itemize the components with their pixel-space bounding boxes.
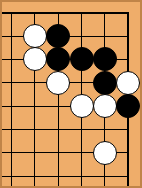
white-stone: [23, 24, 47, 48]
intersection[interactable]: [0, 24, 23, 47]
intersection[interactable]: [23, 71, 46, 94]
white-stone: [70, 94, 94, 118]
black-stone: [116, 94, 140, 118]
white-stone: [46, 71, 70, 95]
intersection[interactable]: [93, 165, 116, 188]
intersection[interactable]: [117, 48, 140, 71]
intersection[interactable]: [47, 118, 70, 141]
intersection[interactable]: [47, 141, 70, 164]
intersection[interactable]: [70, 24, 93, 47]
intersection[interactable]: [0, 165, 23, 188]
intersection[interactable]: [47, 1, 70, 24]
intersection[interactable]: [23, 1, 46, 24]
intersection[interactable]: [70, 1, 93, 24]
intersection[interactable]: [23, 48, 46, 71]
intersection[interactable]: [117, 141, 140, 164]
black-stone: [46, 24, 70, 48]
white-stone: [23, 47, 47, 71]
intersection[interactable]: [0, 94, 23, 117]
intersection[interactable]: [93, 141, 116, 164]
intersection[interactable]: [70, 71, 93, 94]
black-stone: [70, 47, 94, 71]
intersection[interactable]: [70, 141, 93, 164]
intersection[interactable]: [93, 1, 116, 24]
intersection[interactable]: [93, 94, 116, 117]
intersection[interactable]: [47, 48, 70, 71]
intersection[interactable]: [0, 48, 23, 71]
intersection[interactable]: [117, 118, 140, 141]
black-stone: [46, 47, 70, 71]
go-board-grid: [0, 1, 140, 188]
intersection[interactable]: [93, 24, 116, 47]
intersection[interactable]: [93, 71, 116, 94]
intersection[interactable]: [93, 48, 116, 71]
white-stone: [93, 141, 117, 165]
intersection[interactable]: [93, 118, 116, 141]
intersection[interactable]: [47, 71, 70, 94]
intersection[interactable]: [117, 1, 140, 24]
white-stone: [116, 71, 140, 95]
intersection[interactable]: [117, 165, 140, 188]
intersection[interactable]: [47, 165, 70, 188]
intersection[interactable]: [0, 71, 23, 94]
black-stone: [93, 71, 117, 95]
intersection[interactable]: [70, 94, 93, 117]
intersection[interactable]: [117, 24, 140, 47]
intersection[interactable]: [70, 48, 93, 71]
white-stone: [93, 94, 117, 118]
intersection[interactable]: [0, 118, 23, 141]
intersection[interactable]: [23, 165, 46, 188]
intersection[interactable]: [23, 118, 46, 141]
intersection[interactable]: [47, 94, 70, 117]
intersection[interactable]: [47, 24, 70, 47]
go-board: [0, 0, 142, 188]
intersection[interactable]: [23, 24, 46, 47]
intersection[interactable]: [117, 94, 140, 117]
intersection[interactable]: [23, 94, 46, 117]
intersection[interactable]: [0, 141, 23, 164]
intersection[interactable]: [0, 1, 23, 24]
intersection[interactable]: [117, 71, 140, 94]
intersection[interactable]: [23, 141, 46, 164]
intersection[interactable]: [70, 118, 93, 141]
intersection[interactable]: [70, 165, 93, 188]
black-stone: [93, 47, 117, 71]
